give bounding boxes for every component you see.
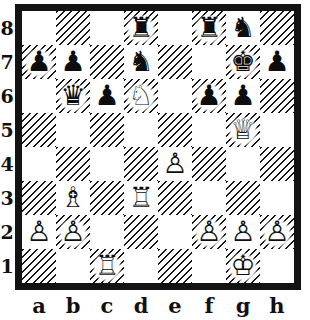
- square-e7: [158, 45, 192, 79]
- square-d2: [124, 215, 158, 249]
- square-f4: [192, 147, 226, 181]
- black-rook-piece: ♜: [124, 11, 158, 45]
- square-c5: [90, 113, 124, 147]
- chess-board: ♜♜♞♟♟♞♚♟♛♟♘♟♟♕♙♗♖♙♙♙♙♙♖♔: [22, 11, 294, 283]
- white-pawn-piece: ♙: [260, 215, 294, 249]
- file-label-d: d: [124, 292, 158, 318]
- square-g4: [226, 147, 260, 181]
- file-labels: abcdefgh: [22, 292, 294, 318]
- white-pawn-piece: ♙: [22, 215, 56, 249]
- square-d3: ♖: [124, 181, 158, 215]
- square-e6: [158, 79, 192, 113]
- square-h6: [260, 79, 294, 113]
- white-pawn-piece: ♙: [158, 147, 192, 181]
- square-b2: ♙: [56, 215, 90, 249]
- black-knight-piece: ♞: [226, 11, 260, 45]
- square-c8: [90, 11, 124, 45]
- square-b4: [56, 147, 90, 181]
- square-f6: ♟: [192, 79, 226, 113]
- black-king-piece: ♚: [226, 45, 260, 79]
- file-label-c: c: [90, 292, 124, 318]
- square-g5: ♕: [226, 113, 260, 147]
- square-h1: [260, 249, 294, 283]
- square-c6: ♟: [90, 79, 124, 113]
- rank-label-6: 6: [0, 79, 14, 113]
- file-label-e: e: [158, 292, 192, 318]
- square-c3: [90, 181, 124, 215]
- black-pawn-piece: ♟: [90, 79, 124, 113]
- file-label-g: g: [226, 292, 260, 318]
- square-a7: ♟: [22, 45, 56, 79]
- file-label-b: b: [56, 292, 90, 318]
- square-g2: ♙: [226, 215, 260, 249]
- square-a3: [22, 181, 56, 215]
- square-c2: [90, 215, 124, 249]
- square-e3: [158, 181, 192, 215]
- black-rook-piece: ♜: [192, 11, 226, 45]
- square-g7: ♚: [226, 45, 260, 79]
- square-d4: [124, 147, 158, 181]
- square-c1: ♖: [90, 249, 124, 283]
- square-a5: [22, 113, 56, 147]
- square-h7: ♟: [260, 45, 294, 79]
- black-pawn-piece: ♟: [226, 79, 260, 113]
- square-g6: ♟: [226, 79, 260, 113]
- rank-label-4: 4: [0, 147, 14, 181]
- rank-label-3: 3: [0, 181, 14, 215]
- square-f2: ♙: [192, 215, 226, 249]
- white-pawn-piece: ♙: [192, 215, 226, 249]
- chess-diagram-page: 87654321 ♜♜♞♟♟♞♚♟♛♟♘♟♟♕♙♗♖♙♙♙♙♙♖♔ abcdef…: [0, 0, 310, 320]
- square-b3: ♗: [56, 181, 90, 215]
- square-e2: [158, 215, 192, 249]
- rank-label-8: 8: [0, 11, 14, 45]
- square-g1: ♔: [226, 249, 260, 283]
- square-h2: ♙: [260, 215, 294, 249]
- square-e1: [158, 249, 192, 283]
- file-label-a: a: [22, 292, 56, 318]
- square-f5: [192, 113, 226, 147]
- square-f1: [192, 249, 226, 283]
- square-b7: ♟: [56, 45, 90, 79]
- square-e5: [158, 113, 192, 147]
- square-h3: [260, 181, 294, 215]
- square-g8: ♞: [226, 11, 260, 45]
- square-b8: [56, 11, 90, 45]
- rank-label-7: 7: [0, 45, 14, 79]
- white-bishop-piece: ♗: [56, 181, 90, 215]
- square-d1: [124, 249, 158, 283]
- board-frame: ♜♜♞♟♟♞♚♟♛♟♘♟♟♕♙♗♖♙♙♙♙♙♖♔: [15, 4, 301, 290]
- rank-label-5: 5: [0, 113, 14, 147]
- square-a1: [22, 249, 56, 283]
- rank-labels: 87654321: [0, 11, 14, 283]
- file-label-h: h: [260, 292, 294, 318]
- black-pawn-piece: ♟: [56, 45, 90, 79]
- square-a2: ♙: [22, 215, 56, 249]
- white-knight-piece: ♘: [124, 79, 158, 113]
- square-f8: ♜: [192, 11, 226, 45]
- white-pawn-piece: ♙: [56, 215, 90, 249]
- square-d8: ♜: [124, 11, 158, 45]
- square-a8: [22, 11, 56, 45]
- black-pawn-piece: ♟: [22, 45, 56, 79]
- square-f3: [192, 181, 226, 215]
- square-f7: [192, 45, 226, 79]
- black-knight-piece: ♞: [124, 45, 158, 79]
- square-c7: [90, 45, 124, 79]
- black-pawn-piece: ♟: [192, 79, 226, 113]
- rank-label-1: 1: [0, 249, 14, 283]
- square-h8: [260, 11, 294, 45]
- square-g3: [226, 181, 260, 215]
- square-b5: [56, 113, 90, 147]
- black-queen-piece: ♛: [56, 79, 90, 113]
- rank-label-2: 2: [0, 215, 14, 249]
- white-king-piece: ♔: [226, 249, 260, 283]
- square-d7: ♞: [124, 45, 158, 79]
- square-e4: ♙: [158, 147, 192, 181]
- white-rook-piece: ♖: [90, 249, 124, 283]
- square-d6: ♘: [124, 79, 158, 113]
- square-e8: [158, 11, 192, 45]
- black-pawn-piece: ♟: [260, 45, 294, 79]
- square-b1: [56, 249, 90, 283]
- square-c4: [90, 147, 124, 181]
- square-a4: [22, 147, 56, 181]
- square-h4: [260, 147, 294, 181]
- white-pawn-piece: ♙: [226, 215, 260, 249]
- white-queen-piece: ♕: [226, 113, 260, 147]
- square-d5: [124, 113, 158, 147]
- white-rook-piece: ♖: [124, 181, 158, 215]
- square-a6: [22, 79, 56, 113]
- square-h5: [260, 113, 294, 147]
- square-b6: ♛: [56, 79, 90, 113]
- file-label-f: f: [192, 292, 226, 318]
